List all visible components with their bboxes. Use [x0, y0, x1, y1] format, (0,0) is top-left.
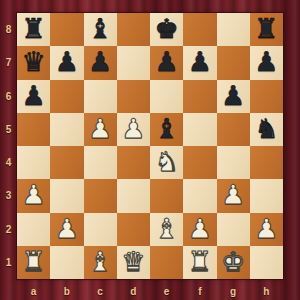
square-a6[interactable]: ♟	[17, 80, 50, 113]
square-c4[interactable]	[84, 146, 117, 179]
square-g7[interactable]	[217, 46, 250, 79]
square-a2[interactable]	[17, 213, 50, 246]
square-c2[interactable]	[84, 213, 117, 246]
rank-label-1: 1	[0, 246, 17, 279]
square-f2[interactable]: ♟	[183, 213, 216, 246]
rank-label-4: 4	[0, 146, 17, 179]
file-label-a: a	[17, 283, 50, 300]
square-e1[interactable]	[150, 246, 183, 279]
square-h3[interactable]	[250, 179, 283, 212]
file-label-f: f	[183, 283, 216, 300]
square-g3[interactable]: ♟	[217, 179, 250, 212]
white-pawn-c5[interactable]: ♟	[88, 115, 112, 142]
square-h2[interactable]: ♟	[250, 213, 283, 246]
square-d7[interactable]	[117, 46, 150, 79]
square-c7[interactable]: ♟	[84, 46, 117, 79]
white-rook-a1[interactable]: ♜	[22, 248, 46, 275]
square-g2[interactable]	[217, 213, 250, 246]
square-a1[interactable]: ♜	[17, 246, 50, 279]
black-pawn-b7[interactable]: ♟	[55, 48, 79, 75]
black-knight-h5[interactable]: ♞	[254, 115, 278, 142]
square-h5[interactable]: ♞	[250, 113, 283, 146]
black-pawn-e7[interactable]: ♟	[155, 48, 179, 75]
chess-board-frame: 87654321 ♜♝♚♜♛♟♟♟♟♟♟♟♟♟♝♞♞♟♟♟♝♟♟♜♝♛♜♚ ab…	[0, 0, 300, 300]
black-rook-a8[interactable]: ♜	[22, 15, 46, 42]
black-pawn-a6[interactable]: ♟	[22, 82, 46, 109]
file-label-e: e	[150, 283, 183, 300]
file-label-g: g	[217, 283, 250, 300]
square-b7[interactable]: ♟	[50, 46, 83, 79]
black-rook-h8[interactable]: ♜	[254, 15, 278, 42]
square-f7[interactable]: ♟	[183, 46, 216, 79]
square-e6[interactable]	[150, 80, 183, 113]
square-d8[interactable]	[117, 13, 150, 46]
square-d1[interactable]: ♛	[117, 246, 150, 279]
square-c5[interactable]: ♟	[84, 113, 117, 146]
black-pawn-c7[interactable]: ♟	[88, 48, 112, 75]
white-pawn-a3[interactable]: ♟	[22, 181, 46, 208]
square-a5[interactable]	[17, 113, 50, 146]
white-pawn-g3[interactable]: ♟	[221, 181, 245, 208]
square-b8[interactable]	[50, 13, 83, 46]
square-f8[interactable]	[183, 13, 216, 46]
square-b5[interactable]	[50, 113, 83, 146]
white-bishop-e2[interactable]: ♝	[155, 215, 179, 242]
square-b6[interactable]	[50, 80, 83, 113]
square-d6[interactable]	[117, 80, 150, 113]
square-f4[interactable]	[183, 146, 216, 179]
square-e5[interactable]: ♝	[150, 113, 183, 146]
rank-label-2: 2	[0, 213, 17, 246]
square-c1[interactable]: ♝	[84, 246, 117, 279]
rank-label-6: 6	[0, 80, 17, 113]
white-bishop-c1[interactable]: ♝	[88, 248, 112, 275]
white-pawn-h2[interactable]: ♟	[254, 215, 278, 242]
white-pawn-d5[interactable]: ♟	[121, 115, 145, 142]
square-g5[interactable]	[217, 113, 250, 146]
square-h6[interactable]	[250, 80, 283, 113]
square-h7[interactable]: ♟	[250, 46, 283, 79]
white-pawn-f2[interactable]: ♟	[188, 215, 212, 242]
file-label-d: d	[117, 283, 150, 300]
square-c3[interactable]	[84, 179, 117, 212]
file-label-h: h	[250, 283, 283, 300]
square-c8[interactable]: ♝	[84, 13, 117, 46]
rank-labels: 87654321	[0, 13, 17, 279]
black-pawn-h7[interactable]: ♟	[254, 48, 278, 75]
white-king-g1[interactable]: ♚	[221, 248, 245, 275]
square-f1[interactable]: ♜	[183, 246, 216, 279]
square-f3[interactable]	[183, 179, 216, 212]
square-e3[interactable]	[150, 179, 183, 212]
square-e7[interactable]: ♟	[150, 46, 183, 79]
square-a8[interactable]: ♜	[17, 13, 50, 46]
square-f5[interactable]	[183, 113, 216, 146]
black-bishop-e5[interactable]: ♝	[155, 115, 179, 142]
square-h8[interactable]: ♜	[250, 13, 283, 46]
black-king-e8[interactable]: ♚	[155, 15, 179, 42]
square-b4[interactable]	[50, 146, 83, 179]
rank-label-3: 3	[0, 179, 17, 212]
square-c6[interactable]	[84, 80, 117, 113]
black-bishop-c8[interactable]: ♝	[88, 15, 112, 42]
square-d4[interactable]	[117, 146, 150, 179]
chess-board[interactable]: ♜♝♚♜♛♟♟♟♟♟♟♟♟♟♝♞♞♟♟♟♝♟♟♜♝♛♜♚	[17, 13, 283, 279]
rank-label-7: 7	[0, 46, 17, 79]
white-pawn-b2[interactable]: ♟	[55, 215, 79, 242]
square-d5[interactable]: ♟	[117, 113, 150, 146]
square-a4[interactable]	[17, 146, 50, 179]
square-d3[interactable]	[117, 179, 150, 212]
square-g1[interactable]: ♚	[217, 246, 250, 279]
white-knight-e4[interactable]: ♞	[155, 148, 179, 175]
square-f6[interactable]	[183, 80, 216, 113]
square-g8[interactable]	[217, 13, 250, 46]
rank-label-5: 5	[0, 113, 17, 146]
black-pawn-g6[interactable]: ♟	[221, 82, 245, 109]
square-g4[interactable]	[217, 146, 250, 179]
white-queen-d1[interactable]: ♛	[121, 248, 145, 275]
file-label-c: c	[84, 283, 117, 300]
black-queen-a7[interactable]: ♛	[22, 48, 46, 75]
square-h1[interactable]	[250, 246, 283, 279]
square-a7[interactable]: ♛	[17, 46, 50, 79]
file-label-b: b	[50, 283, 83, 300]
black-pawn-f7[interactable]: ♟	[188, 48, 212, 75]
square-e2[interactable]: ♝	[150, 213, 183, 246]
square-b2[interactable]: ♟	[50, 213, 83, 246]
white-rook-f1[interactable]: ♜	[188, 248, 212, 275]
square-b3[interactable]	[50, 179, 83, 212]
square-b1[interactable]	[50, 246, 83, 279]
square-e4[interactable]: ♞	[150, 146, 183, 179]
square-h4[interactable]	[250, 146, 283, 179]
rank-label-8: 8	[0, 13, 17, 46]
square-d2[interactable]	[117, 213, 150, 246]
file-labels: abcdefgh	[17, 283, 283, 300]
square-g6[interactable]: ♟	[217, 80, 250, 113]
square-a3[interactable]: ♟	[17, 179, 50, 212]
square-e8[interactable]: ♚	[150, 13, 183, 46]
